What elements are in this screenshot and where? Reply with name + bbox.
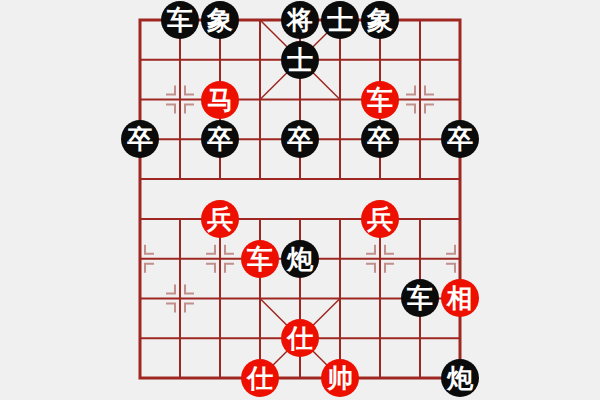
xiangqi-board[interactable]: 车象将士象士卒卒卒卒卒炮车炮马车兵兵车相仕仕帅 <box>120 0 480 398</box>
red-chariot-glyph: 车 <box>361 81 399 119</box>
piece-red-chariot[interactable]: 车 <box>360 80 400 120</box>
black-soldier-glyph: 卒 <box>201 120 239 158</box>
black-advisor-glyph: 士 <box>321 1 359 39</box>
red-soldier-glyph: 兵 <box>201 200 239 238</box>
piece-red-elephant[interactable]: 相 <box>440 278 480 318</box>
black-cannon-glyph: 炮 <box>281 240 319 278</box>
piece-red-chariot[interactable]: 车 <box>240 239 280 279</box>
black-elephant-glyph: 象 <box>201 1 239 39</box>
piece-black-elephant[interactable]: 象 <box>200 0 240 40</box>
black-soldier-glyph: 卒 <box>361 120 399 158</box>
piece-black-advisor[interactable]: 士 <box>280 40 320 80</box>
piece-black-general[interactable]: 将 <box>280 0 320 40</box>
red-elephant-glyph: 相 <box>441 279 479 317</box>
red-horse-glyph: 马 <box>201 81 239 119</box>
red-chariot-glyph: 车 <box>241 240 279 278</box>
piece-black-cannon[interactable]: 炮 <box>280 239 320 279</box>
piece-black-soldier[interactable]: 卒 <box>440 119 480 159</box>
piece-black-advisor[interactable]: 士 <box>320 0 360 40</box>
red-advisor-glyph: 仕 <box>241 359 279 397</box>
piece-red-soldier[interactable]: 兵 <box>360 199 400 239</box>
piece-black-cannon[interactable]: 炮 <box>440 358 480 398</box>
black-soldier-glyph: 卒 <box>281 120 319 158</box>
red-general-glyph: 帅 <box>321 359 359 397</box>
black-general-glyph: 将 <box>281 1 319 39</box>
piece-black-soldier[interactable]: 卒 <box>280 119 320 159</box>
piece-black-chariot[interactable]: 车 <box>160 0 200 40</box>
piece-black-soldier[interactable]: 卒 <box>360 119 400 159</box>
red-soldier-glyph: 兵 <box>361 200 399 238</box>
black-chariot-glyph: 车 <box>401 279 439 317</box>
piece-red-soldier[interactable]: 兵 <box>200 199 240 239</box>
app-background: 车象将士象士卒卒卒卒卒炮车炮马车兵兵车相仕仕帅 <box>0 0 600 400</box>
piece-red-general[interactable]: 帅 <box>320 358 360 398</box>
black-chariot-glyph: 车 <box>161 1 199 39</box>
black-cannon-glyph: 炮 <box>441 359 479 397</box>
black-advisor-glyph: 士 <box>281 41 319 79</box>
black-soldier-glyph: 卒 <box>121 120 159 158</box>
piece-red-advisor[interactable]: 仕 <box>240 358 280 398</box>
red-advisor-glyph: 仕 <box>281 319 319 357</box>
piece-black-soldier[interactable]: 卒 <box>120 119 160 159</box>
piece-black-chariot[interactable]: 车 <box>400 278 440 318</box>
piece-black-soldier[interactable]: 卒 <box>200 119 240 159</box>
black-elephant-glyph: 象 <box>361 1 399 39</box>
piece-black-elephant[interactable]: 象 <box>360 0 400 40</box>
piece-red-horse[interactable]: 马 <box>200 80 240 120</box>
piece-red-advisor[interactable]: 仕 <box>280 318 320 358</box>
black-soldier-glyph: 卒 <box>441 120 479 158</box>
